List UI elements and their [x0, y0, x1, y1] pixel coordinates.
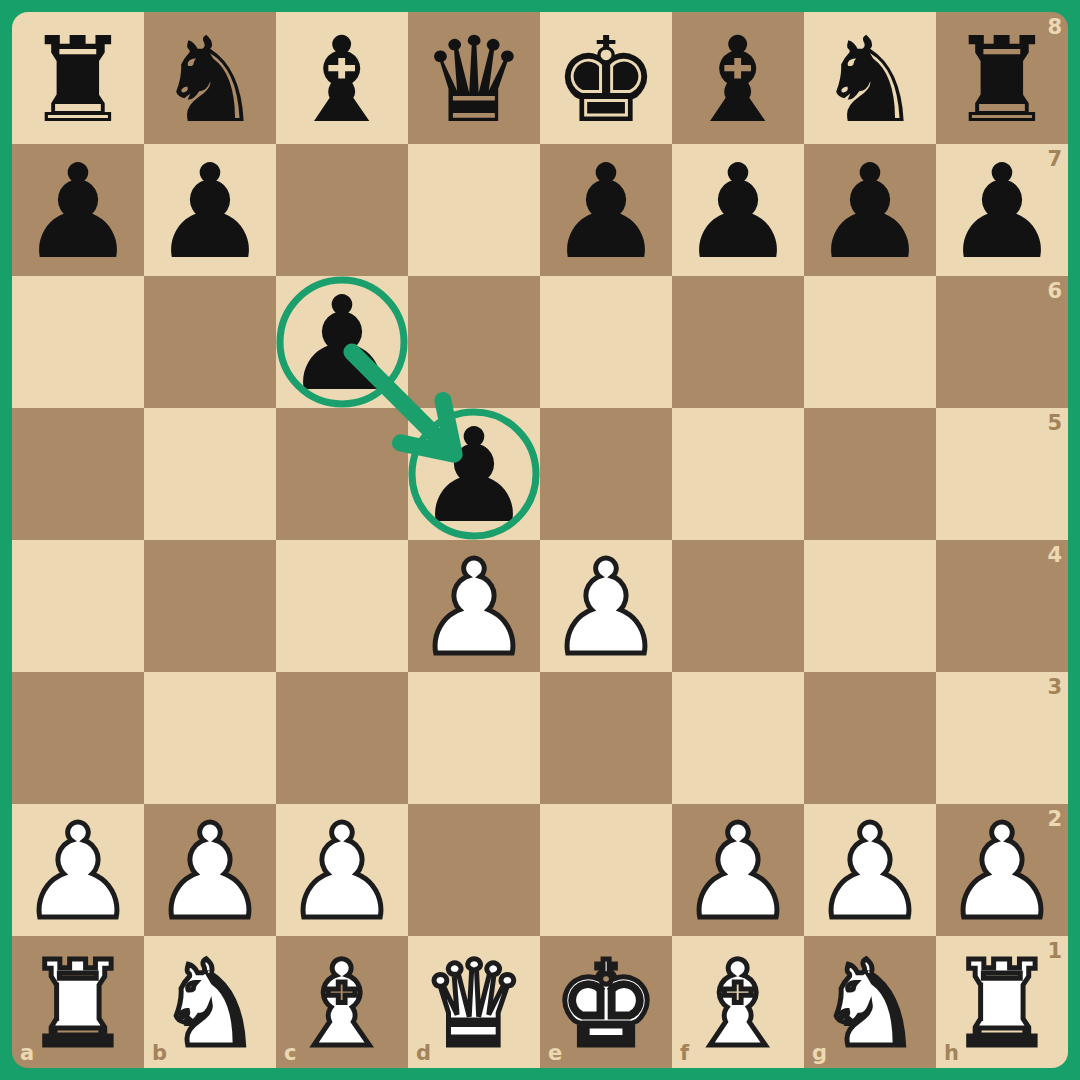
square-h5[interactable]: 5: [936, 408, 1068, 540]
rank-label-6: 6: [1047, 281, 1062, 302]
square-c6[interactable]: ♟: [276, 276, 408, 408]
square-c5[interactable]: [276, 408, 408, 540]
square-h1[interactable]: ♜1h: [936, 936, 1068, 1068]
square-a5[interactable]: [12, 408, 144, 540]
square-f4[interactable]: [672, 540, 804, 672]
square-e1[interactable]: ♚e: [540, 936, 672, 1068]
square-b3[interactable]: [144, 672, 276, 804]
square-g1[interactable]: ♞g: [804, 936, 936, 1068]
square-g6[interactable]: [804, 276, 936, 408]
piece-white-pawn: ♟: [680, 807, 797, 937]
square-f3[interactable]: [672, 672, 804, 804]
square-b2[interactable]: ♟: [144, 804, 276, 936]
chess-board: ♜♞♝♛♚♝♞♜8♟♟♟♟♟♟7♟6♟5♟♟43♟♟♟♟♟♟2♜a♞b♝c♛d♚…: [12, 12, 1068, 1068]
square-e5[interactable]: [540, 408, 672, 540]
square-c4[interactable]: [276, 540, 408, 672]
square-c1[interactable]: ♝c: [276, 936, 408, 1068]
square-f5[interactable]: [672, 408, 804, 540]
piece-white-bishop: ♝: [685, 945, 791, 1063]
piece-white-knight: ♞: [817, 945, 923, 1063]
piece-white-pawn: ♟: [20, 807, 137, 937]
square-b1[interactable]: ♞b: [144, 936, 276, 1068]
piece-black-king: ♚: [553, 21, 659, 139]
square-a7[interactable]: ♟: [12, 144, 144, 276]
piece-white-pawn: ♟: [152, 807, 269, 937]
piece-white-queen: ♛: [421, 945, 527, 1063]
piece-black-bishop: ♝: [685, 21, 791, 139]
rank-label-5: 5: [1047, 413, 1062, 434]
square-c7[interactable]: [276, 144, 408, 276]
piece-black-pawn: ♟: [416, 411, 533, 541]
square-h7[interactable]: ♟7: [936, 144, 1068, 276]
square-a3[interactable]: [12, 672, 144, 804]
piece-white-king: ♚: [553, 945, 659, 1063]
square-g8[interactable]: ♞: [804, 12, 936, 144]
square-e2[interactable]: [540, 804, 672, 936]
square-d6[interactable]: [408, 276, 540, 408]
square-b4[interactable]: [144, 540, 276, 672]
piece-black-pawn: ♟: [548, 147, 665, 277]
square-h6[interactable]: 6: [936, 276, 1068, 408]
square-d3[interactable]: [408, 672, 540, 804]
piece-black-pawn: ♟: [284, 279, 401, 409]
square-g3[interactable]: [804, 672, 936, 804]
piece-black-knight: ♞: [157, 21, 263, 139]
square-c8[interactable]: ♝: [276, 12, 408, 144]
square-f1[interactable]: ♝f: [672, 936, 804, 1068]
square-e3[interactable]: [540, 672, 672, 804]
square-g2[interactable]: ♟: [804, 804, 936, 936]
square-c3[interactable]: [276, 672, 408, 804]
piece-black-pawn: ♟: [812, 147, 929, 277]
square-f6[interactable]: [672, 276, 804, 408]
piece-black-pawn: ♟: [152, 147, 269, 277]
square-c2[interactable]: ♟: [276, 804, 408, 936]
piece-white-rook: ♜: [25, 945, 131, 1063]
square-h4[interactable]: 4: [936, 540, 1068, 672]
square-d8[interactable]: ♛: [408, 12, 540, 144]
square-g7[interactable]: ♟: [804, 144, 936, 276]
square-d7[interactable]: [408, 144, 540, 276]
square-g5[interactable]: [804, 408, 936, 540]
square-f8[interactable]: ♝: [672, 12, 804, 144]
piece-white-pawn: ♟: [416, 543, 533, 673]
square-d1[interactable]: ♛d: [408, 936, 540, 1068]
square-a4[interactable]: [12, 540, 144, 672]
rank-label-4: 4: [1047, 545, 1062, 566]
piece-black-bishop: ♝: [289, 21, 395, 139]
piece-black-pawn: ♟: [20, 147, 137, 277]
square-b5[interactable]: [144, 408, 276, 540]
square-b6[interactable]: [144, 276, 276, 408]
square-f2[interactable]: ♟: [672, 804, 804, 936]
square-a8[interactable]: ♜: [12, 12, 144, 144]
square-d5[interactable]: ♟: [408, 408, 540, 540]
square-d4[interactable]: ♟: [408, 540, 540, 672]
square-b7[interactable]: ♟: [144, 144, 276, 276]
square-b8[interactable]: ♞: [144, 12, 276, 144]
square-d2[interactable]: [408, 804, 540, 936]
square-h3[interactable]: 3: [936, 672, 1068, 804]
piece-white-pawn: ♟: [812, 807, 929, 937]
piece-white-bishop: ♝: [289, 945, 395, 1063]
piece-white-pawn: ♟: [944, 807, 1061, 937]
square-g4[interactable]: [804, 540, 936, 672]
piece-black-rook: ♜: [949, 21, 1055, 139]
square-h2[interactable]: ♟2: [936, 804, 1068, 936]
square-e7[interactable]: ♟: [540, 144, 672, 276]
square-e6[interactable]: [540, 276, 672, 408]
piece-black-pawn: ♟: [680, 147, 797, 277]
square-a2[interactable]: ♟: [12, 804, 144, 936]
square-f7[interactable]: ♟: [672, 144, 804, 276]
piece-black-rook: ♜: [25, 21, 131, 139]
piece-black-queen: ♛: [421, 21, 527, 139]
square-a6[interactable]: [12, 276, 144, 408]
square-h8[interactable]: ♜8: [936, 12, 1068, 144]
piece-white-pawn: ♟: [284, 807, 401, 937]
rank-label-3: 3: [1047, 677, 1062, 698]
square-e4[interactable]: ♟: [540, 540, 672, 672]
piece-white-pawn: ♟: [548, 543, 665, 673]
square-a1[interactable]: ♜a: [12, 936, 144, 1068]
piece-white-rook: ♜: [949, 945, 1055, 1063]
board-frame: ♜♞♝♛♚♝♞♜8♟♟♟♟♟♟7♟6♟5♟♟43♟♟♟♟♟♟2♜a♞b♝c♛d♚…: [0, 0, 1080, 1080]
piece-black-pawn: ♟: [944, 147, 1061, 277]
square-e8[interactable]: ♚: [540, 12, 672, 144]
piece-white-knight: ♞: [157, 945, 263, 1063]
piece-black-knight: ♞: [817, 21, 923, 139]
